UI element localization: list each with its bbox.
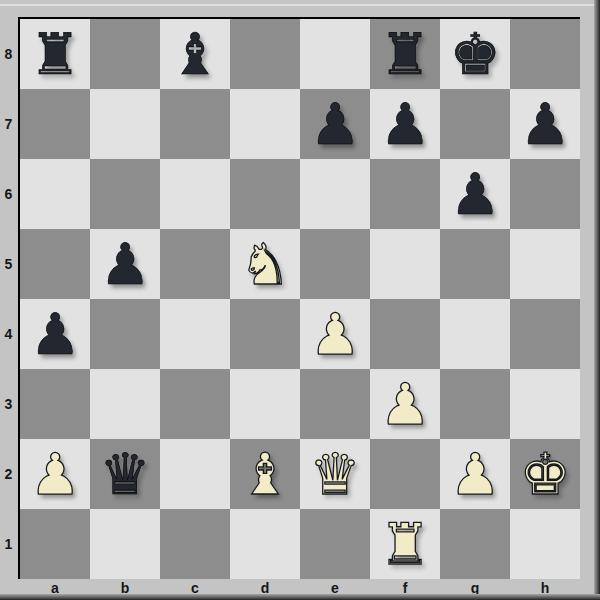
square-e4[interactable]: ♟	[300, 299, 370, 369]
square-f3[interactable]: ♟	[370, 369, 440, 439]
square-h8[interactable]	[510, 19, 580, 89]
panel-shadow-bottom	[0, 594, 600, 600]
chess-diagram-window: ♜♝♜♚♟♟♟♟♟♞♟♟♟♟♛♝♛♟♚♜ 87654321 abcdefgh	[0, 0, 600, 600]
piece-black-pawn[interactable]: ♟	[309, 96, 360, 153]
square-b5[interactable]: ♟	[90, 229, 160, 299]
square-a3[interactable]	[20, 369, 90, 439]
piece-black-pawn[interactable]: ♟	[519, 96, 570, 153]
square-a5[interactable]	[20, 229, 90, 299]
board-grid: ♜♝♜♚♟♟♟♟♟♞♟♟♟♟♛♝♛♟♚♜	[20, 19, 580, 579]
square-b8[interactable]	[90, 19, 160, 89]
piece-black-pawn[interactable]: ♟	[29, 306, 80, 363]
square-b3[interactable]	[90, 369, 160, 439]
square-f6[interactable]	[370, 159, 440, 229]
rank-label-4: 4	[0, 299, 17, 369]
piece-white-bishop[interactable]: ♝	[239, 446, 290, 503]
square-f1[interactable]: ♜	[370, 509, 440, 579]
square-c4[interactable]	[160, 299, 230, 369]
square-d6[interactable]	[230, 159, 300, 229]
square-f4[interactable]	[370, 299, 440, 369]
square-a2[interactable]: ♟	[20, 439, 90, 509]
square-a1[interactable]	[20, 509, 90, 579]
piece-white-pawn[interactable]: ♟	[309, 306, 360, 363]
square-d3[interactable]	[230, 369, 300, 439]
square-a7[interactable]	[20, 89, 90, 159]
square-b7[interactable]	[90, 89, 160, 159]
square-b6[interactable]	[90, 159, 160, 229]
square-d8[interactable]	[230, 19, 300, 89]
square-c6[interactable]	[160, 159, 230, 229]
square-d7[interactable]	[230, 89, 300, 159]
square-c2[interactable]	[160, 439, 230, 509]
piece-black-king[interactable]: ♚	[449, 26, 500, 83]
rank-label-3: 3	[0, 369, 17, 439]
square-e8[interactable]	[300, 19, 370, 89]
square-c7[interactable]	[160, 89, 230, 159]
square-c3[interactable]	[160, 369, 230, 439]
rank-label-1: 1	[0, 509, 17, 579]
square-e3[interactable]	[300, 369, 370, 439]
piece-white-knight[interactable]: ♞	[239, 236, 290, 293]
square-b1[interactable]	[90, 509, 160, 579]
rank-label-6: 6	[0, 159, 17, 229]
chess-board: ♜♝♜♚♟♟♟♟♟♞♟♟♟♟♛♝♛♟♚♜	[18, 17, 580, 579]
piece-white-king[interactable]: ♚	[519, 446, 570, 503]
square-h3[interactable]	[510, 369, 580, 439]
piece-white-queen[interactable]: ♛	[309, 446, 360, 503]
panel-shadow-right	[594, 0, 600, 600]
piece-white-rook[interactable]: ♜	[379, 516, 430, 573]
square-h5[interactable]	[510, 229, 580, 299]
square-e6[interactable]	[300, 159, 370, 229]
square-e1[interactable]	[300, 509, 370, 579]
square-g5[interactable]	[440, 229, 510, 299]
square-d1[interactable]	[230, 509, 300, 579]
square-g7[interactable]	[440, 89, 510, 159]
piece-black-pawn[interactable]: ♟	[99, 236, 150, 293]
square-g8[interactable]: ♚	[440, 19, 510, 89]
piece-white-pawn[interactable]: ♟	[29, 446, 80, 503]
panel-highlight-top	[0, 4, 600, 6]
rank-label-5: 5	[0, 229, 17, 299]
piece-black-rook[interactable]: ♜	[379, 26, 430, 83]
square-e5[interactable]	[300, 229, 370, 299]
square-a6[interactable]	[20, 159, 90, 229]
square-b2[interactable]: ♛	[90, 439, 160, 509]
square-c5[interactable]	[160, 229, 230, 299]
square-g4[interactable]	[440, 299, 510, 369]
square-g3[interactable]	[440, 369, 510, 439]
piece-black-rook[interactable]: ♜	[29, 26, 80, 83]
square-d5[interactable]: ♞	[230, 229, 300, 299]
square-h4[interactable]	[510, 299, 580, 369]
rank-label-7: 7	[0, 89, 17, 159]
rank-label-2: 2	[0, 439, 17, 509]
square-g6[interactable]: ♟	[440, 159, 510, 229]
square-b4[interactable]	[90, 299, 160, 369]
square-h7[interactable]: ♟	[510, 89, 580, 159]
square-e2[interactable]: ♛	[300, 439, 370, 509]
square-f8[interactable]: ♜	[370, 19, 440, 89]
piece-black-pawn[interactable]: ♟	[449, 166, 500, 223]
square-h6[interactable]	[510, 159, 580, 229]
piece-white-pawn[interactable]: ♟	[449, 446, 500, 503]
piece-black-queen[interactable]: ♛	[99, 446, 150, 503]
square-f2[interactable]	[370, 439, 440, 509]
rank-label-8: 8	[0, 19, 17, 89]
square-f5[interactable]	[370, 229, 440, 299]
piece-black-pawn[interactable]: ♟	[379, 96, 430, 153]
square-h2[interactable]: ♚	[510, 439, 580, 509]
square-c8[interactable]: ♝	[160, 19, 230, 89]
square-h1[interactable]	[510, 509, 580, 579]
piece-black-bishop[interactable]: ♝	[169, 26, 220, 83]
piece-white-pawn[interactable]: ♟	[379, 376, 430, 433]
square-e7[interactable]: ♟	[300, 89, 370, 159]
square-c1[interactable]	[160, 509, 230, 579]
square-a4[interactable]: ♟	[20, 299, 90, 369]
square-d2[interactable]: ♝	[230, 439, 300, 509]
square-a8[interactable]: ♜	[20, 19, 90, 89]
square-d4[interactable]	[230, 299, 300, 369]
square-f7[interactable]: ♟	[370, 89, 440, 159]
square-g2[interactable]: ♟	[440, 439, 510, 509]
square-g1[interactable]	[440, 509, 510, 579]
